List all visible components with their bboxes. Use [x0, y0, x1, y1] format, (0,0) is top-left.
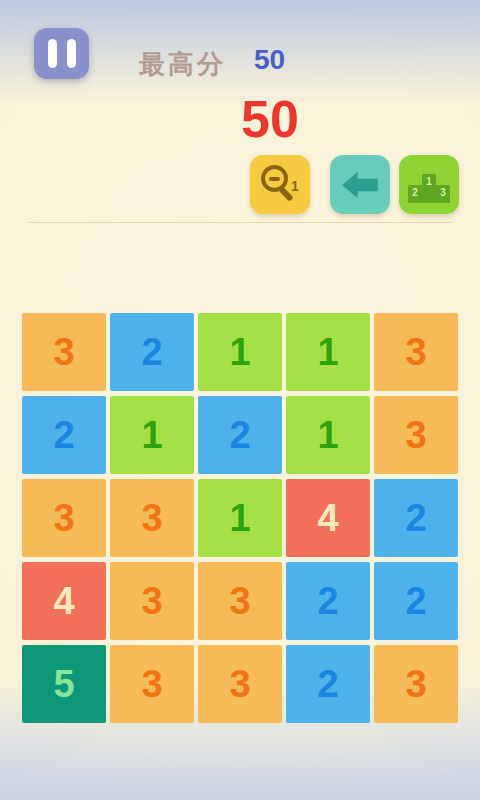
tile-value: 2 [405, 580, 426, 623]
tile-r3c5[interactable]: 2 [374, 479, 458, 557]
tile-value: 2 [405, 497, 426, 540]
tile-r5c1[interactable]: 5 [22, 645, 106, 723]
pause-button[interactable] [34, 28, 89, 79]
zoom-out-button[interactable]: 1 [250, 155, 310, 214]
tile-value: 1 [229, 331, 250, 374]
tile-value: 1 [317, 414, 338, 457]
tile-value: 1 [229, 497, 250, 540]
tile-r2c2[interactable]: 1 [110, 396, 194, 474]
best-score-value: 50 [254, 44, 285, 76]
back-button[interactable] [330, 155, 390, 214]
game-screen: 最高分 50 50 1 2 1 3 3211321213331424332253… [0, 0, 480, 800]
tile-value: 2 [317, 580, 338, 623]
podium-second: 2 [408, 185, 422, 203]
header-divider [28, 222, 452, 223]
tile-r1c4[interactable]: 1 [286, 313, 370, 391]
board: 3211321213331424332253323 [22, 313, 458, 723]
tile-r5c4[interactable]: 2 [286, 645, 370, 723]
tile-r2c4[interactable]: 1 [286, 396, 370, 474]
tile-r1c3[interactable]: 1 [198, 313, 282, 391]
magnifier-badge: 1 [291, 178, 299, 194]
tile-r5c2[interactable]: 3 [110, 645, 194, 723]
tile-value: 3 [53, 331, 74, 374]
tile-value: 5 [53, 663, 74, 706]
tile-value: 3 [229, 580, 250, 623]
tile-value: 4 [53, 580, 74, 623]
tile-value: 3 [405, 663, 426, 706]
tile-r5c3[interactable]: 3 [198, 645, 282, 723]
pause-icon [67, 39, 76, 68]
tile-value: 3 [405, 331, 426, 374]
tile-value: 1 [317, 331, 338, 374]
tile-r1c5[interactable]: 3 [374, 313, 458, 391]
tile-value: 3 [405, 414, 426, 457]
tile-r2c5[interactable]: 3 [374, 396, 458, 474]
podium-third: 3 [436, 185, 450, 203]
tile-value: 2 [53, 414, 74, 457]
tile-r4c3[interactable]: 3 [198, 562, 282, 640]
podium-first: 1 [422, 174, 436, 203]
tile-value: 3 [141, 580, 162, 623]
leaderboard-button[interactable]: 2 1 3 [399, 155, 459, 214]
tile-r4c1[interactable]: 4 [22, 562, 106, 640]
tile-value: 2 [229, 414, 250, 457]
tile-r1c2[interactable]: 2 [110, 313, 194, 391]
tile-r4c5[interactable]: 2 [374, 562, 458, 640]
tile-r1c1[interactable]: 3 [22, 313, 106, 391]
tile-value: 2 [317, 663, 338, 706]
pause-icon [48, 39, 57, 68]
tile-r3c2[interactable]: 3 [110, 479, 194, 557]
tile-r4c2[interactable]: 3 [110, 562, 194, 640]
podium-icon: 2 1 3 [408, 174, 450, 203]
back-arrow-icon [341, 171, 380, 199]
tile-value: 3 [141, 663, 162, 706]
tile-value: 4 [317, 497, 338, 540]
tile-r5c5[interactable]: 3 [374, 645, 458, 723]
best-score-label: 最高分 [139, 47, 226, 82]
tile-r3c3[interactable]: 1 [198, 479, 282, 557]
tile-value: 3 [53, 497, 74, 540]
tile-r4c4[interactable]: 2 [286, 562, 370, 640]
current-score: 50 [241, 93, 299, 145]
tile-value: 1 [141, 414, 162, 457]
tile-r3c4[interactable]: 4 [286, 479, 370, 557]
tile-value: 2 [141, 331, 162, 374]
tile-value: 3 [229, 663, 250, 706]
tile-value: 3 [141, 497, 162, 540]
tile-r2c3[interactable]: 2 [198, 396, 282, 474]
tile-r3c1[interactable]: 3 [22, 479, 106, 557]
tile-r2c1[interactable]: 2 [22, 396, 106, 474]
